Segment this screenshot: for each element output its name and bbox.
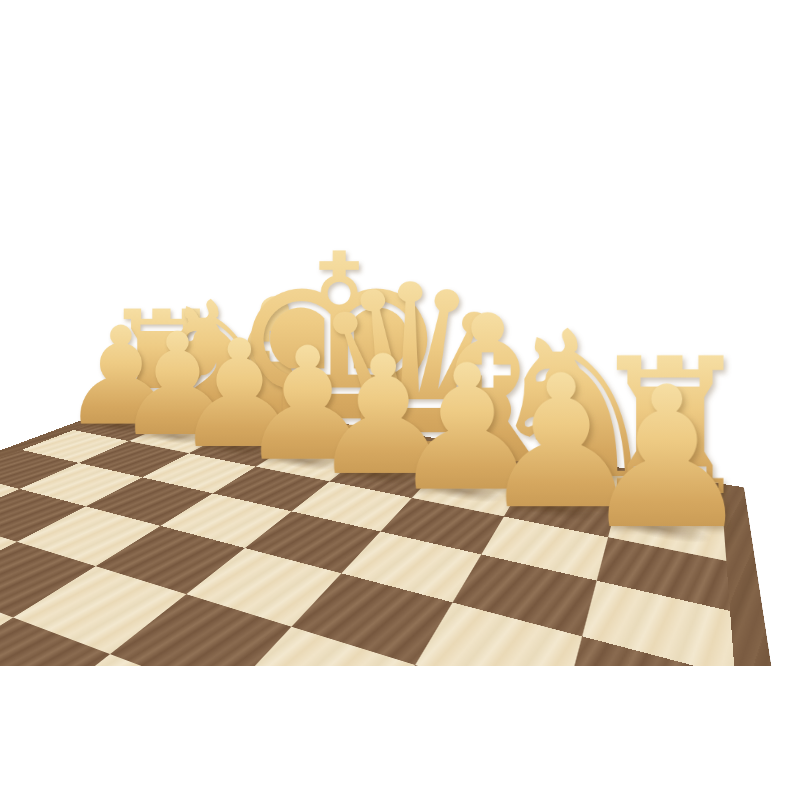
product-photo-scene: ♜♞♝♚♛♝♞♜♟♟♟♟♟♟♟♟ — [0, 0, 800, 800]
pawn-glyph: ♟ — [579, 361, 754, 556]
photo-bottom-crop — [0, 666, 800, 800]
